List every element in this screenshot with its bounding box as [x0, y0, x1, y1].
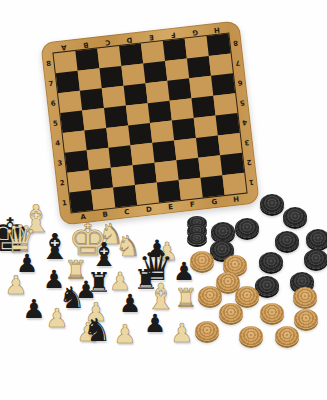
file-label: F	[162, 29, 185, 38]
product-photo-stage: ABCDEFGH 87654321 87654321 ABCDEFGH ♚♛♝♝…	[0, 0, 327, 400]
board-square-f2	[176, 158, 200, 180]
board-square-g2	[198, 155, 222, 177]
natural-checker[interactable]	[235, 286, 259, 306]
file-label: D	[118, 34, 141, 43]
black-checker[interactable]	[211, 222, 235, 242]
chessboard: ABCDEFGH 87654321 87654321 ABCDEFGH	[40, 20, 260, 225]
natural-checker[interactable]	[260, 303, 284, 323]
board-square-h2	[220, 153, 244, 175]
board-square-d3	[130, 143, 154, 165]
natural-checker[interactable]	[294, 309, 318, 329]
file-label: B	[74, 39, 97, 48]
board-square-b7	[78, 68, 102, 90]
file-label: C	[96, 37, 119, 46]
board-square-a2	[67, 170, 91, 192]
board-square-a3	[65, 150, 89, 172]
board-square-d8	[119, 44, 143, 66]
rank-label: 5	[235, 92, 249, 113]
board-square-f8	[163, 39, 187, 61]
board-square-e3	[152, 140, 176, 162]
natural-pawn[interactable]: ♟	[113, 321, 136, 347]
board-square-h4	[216, 113, 240, 135]
black-checker-stack[interactable]	[187, 216, 207, 250]
board-square-d7	[121, 63, 145, 85]
board-square-a5	[60, 111, 84, 133]
black-checker[interactable]	[275, 231, 299, 251]
rank-label: 3	[240, 132, 254, 153]
file-label: G	[203, 197, 226, 206]
board-square-d2	[133, 163, 157, 185]
board-square-d4	[128, 123, 152, 145]
file-label: E	[140, 32, 163, 41]
board-square-c4	[106, 125, 130, 147]
board-square-e7	[143, 61, 167, 83]
board-square-c8	[97, 46, 121, 68]
natural-checker[interactable]	[198, 286, 222, 306]
board-square-c5	[104, 106, 128, 128]
board-square-g8	[185, 36, 209, 58]
board-square-b2	[89, 168, 113, 190]
board-square-d6	[124, 83, 148, 105]
board-square-g4	[194, 116, 218, 138]
board-square-g6	[189, 76, 213, 98]
board-square-a6	[58, 91, 82, 113]
file-label: E	[159, 202, 182, 211]
board-square-g1	[201, 175, 225, 197]
board-square-g5	[191, 96, 215, 118]
board-square-h8	[207, 34, 231, 56]
board-square-c2	[111, 165, 135, 187]
board-square-d5	[126, 103, 150, 125]
black-pawn[interactable]: ♟	[119, 291, 141, 316]
board-square-a1	[69, 190, 93, 212]
rank-label: 2	[242, 151, 256, 172]
black-checker[interactable]	[306, 229, 327, 249]
natural-checker[interactable]	[239, 326, 263, 346]
black-checker[interactable]	[235, 218, 259, 238]
natural-pawn[interactable]: ♟	[170, 320, 193, 346]
board-square-h1	[222, 173, 246, 195]
board-square-h3	[218, 133, 242, 155]
black-checker[interactable]	[259, 252, 283, 272]
file-label: F	[181, 200, 204, 209]
board-square-d1	[135, 183, 159, 205]
board-square-e2	[155, 160, 179, 182]
board-square-e5	[148, 101, 172, 123]
board-square-h6	[211, 73, 235, 95]
board-square-b3	[87, 148, 111, 170]
black-checker[interactable]	[304, 249, 327, 269]
board-square-a8	[54, 51, 78, 73]
black-pawn[interactable]: ♟	[144, 311, 166, 336]
board-square-e8	[141, 41, 165, 63]
board-square-g3	[196, 135, 220, 157]
board-square-f5	[170, 98, 194, 120]
board-square-f4	[172, 118, 196, 140]
board-square-g7	[187, 56, 211, 78]
natural-checker[interactable]	[195, 321, 219, 341]
natural-pawn[interactable]: ♟	[45, 305, 68, 331]
board-square-a4	[63, 130, 87, 152]
board-square-b5	[82, 108, 106, 130]
board-square-e4	[150, 121, 174, 143]
board-square-c6	[102, 86, 126, 108]
board-square-e6	[145, 81, 169, 103]
natural-checker[interactable]	[219, 303, 243, 323]
file-label: C	[116, 207, 139, 216]
black-knight[interactable]: ♞	[83, 314, 112, 346]
board-square-b1	[91, 188, 115, 210]
board-square-e1	[157, 180, 181, 202]
rank-label: 4	[237, 112, 251, 133]
board-square-f1	[179, 178, 203, 200]
board-square-c7	[99, 66, 123, 88]
rank-label: 7	[231, 52, 245, 73]
black-pawn[interactable]: ♟	[22, 296, 45, 322]
board-square-f3	[174, 138, 198, 160]
rank-label: 1	[244, 171, 258, 192]
board-square-a7	[56, 71, 80, 93]
board-square-c1	[113, 185, 137, 207]
natural-rook[interactable]: ♜	[174, 285, 197, 311]
black-checker[interactable]	[283, 207, 307, 227]
board-square-h7	[209, 53, 233, 75]
board-square-c3	[109, 145, 133, 167]
board-square-f6	[167, 78, 191, 100]
file-label: H	[205, 24, 228, 33]
file-label: D	[137, 205, 160, 214]
black-checker	[187, 232, 207, 245]
rank-label: 8	[228, 32, 242, 53]
board-square-b4	[84, 128, 108, 150]
board-square-h5	[213, 93, 237, 115]
board-squares	[54, 34, 247, 213]
file-label: H	[225, 195, 248, 204]
natural-checker[interactable]	[275, 326, 299, 346]
board-square-f7	[165, 58, 189, 80]
file-label: G	[184, 27, 207, 36]
rank-label: 6	[233, 72, 247, 93]
board-square-b8	[75, 48, 99, 70]
board-square-b6	[80, 88, 104, 110]
black-checker[interactable]	[260, 194, 284, 214]
natural-checker[interactable]	[293, 287, 317, 307]
file-label: A	[52, 42, 75, 51]
